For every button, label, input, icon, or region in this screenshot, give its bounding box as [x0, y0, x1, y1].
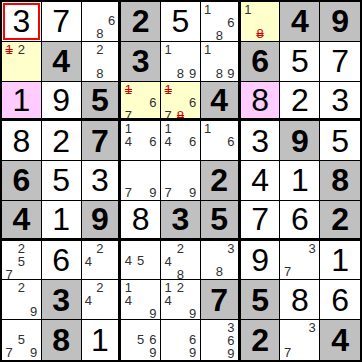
empty-slot [3, 56, 15, 68]
empty-slot [225, 29, 237, 42]
cell-r9c8[interactable]: 37 [280, 320, 320, 360]
empty-slot [174, 321, 186, 333]
empty-slot [28, 56, 40, 68]
cell-r6c4[interactable]: 8 [121, 201, 161, 241]
empty-slot [187, 109, 199, 122]
empty-slot [3, 294, 15, 305]
candidate-2: 2 [94, 43, 106, 56]
empty-slot [187, 83, 199, 96]
empty-slot [122, 242, 134, 254]
given-digit: 2 [210, 164, 228, 196]
cell-r4c4[interactable]: 146 [121, 121, 161, 161]
cell-r7c4[interactable]: 45 [121, 241, 161, 281]
empty-slot [147, 242, 159, 254]
candidate-9: 9 [187, 186, 199, 199]
empty-slot [306, 255, 318, 266]
candidate-9: 9 [225, 347, 237, 360]
candidate-2: 2 [15, 43, 27, 56]
given-digit: 9 [291, 125, 309, 157]
candidate-9: 9 [147, 186, 159, 199]
solved-digit: 6 [331, 284, 349, 316]
candidate-6: 6 [147, 96, 159, 109]
pencil-marks: 24 [83, 281, 118, 318]
empty-slot [306, 334, 318, 346]
solved-digit: 8 [132, 203, 150, 235]
candidate-2: 2 [94, 242, 106, 255]
pencil-marks: 68 [83, 3, 118, 40]
empty-slot [122, 162, 134, 174]
candidate-7: 7 [122, 109, 134, 122]
cell-r7c3[interactable]: 24 [82, 241, 122, 281]
cell-r8c2[interactable]: 3 [42, 280, 82, 320]
empty-slot [122, 267, 134, 279]
cell-r9c4[interactable]: 569 [121, 320, 161, 360]
solved-digit: 1 [291, 164, 309, 196]
empty-slot [3, 305, 15, 318]
empty-slot [147, 254, 159, 267]
cell-r9c2[interactable]: 8 [42, 320, 82, 360]
given-digit: 6 [251, 45, 269, 77]
empty-slot [122, 346, 134, 359]
empty-slot [83, 242, 95, 255]
empty-slot [15, 268, 27, 281]
cell-r3c4[interactable]: 167 [121, 82, 161, 122]
empty-slot [135, 174, 147, 186]
cell-r1c9[interactable]: 9 [320, 2, 360, 42]
cell-r6c2[interactable]: 1 [42, 201, 82, 241]
empty-slot [15, 68, 27, 80]
solved-digit: 7 [251, 203, 269, 235]
candidate-5: 5 [135, 254, 147, 267]
cell-r5c5[interactable]: 79 [161, 161, 201, 201]
cell-r6c7[interactable]: 7 [241, 201, 281, 241]
empty-slot [3, 242, 15, 255]
cell-r3c5[interactable]: 1678 [161, 82, 201, 122]
empty-slot [202, 347, 214, 360]
given-digit: 3 [172, 203, 190, 235]
cell-r2c8[interactable]: 5 [280, 42, 320, 82]
given-digit: 6 [12, 164, 30, 196]
empty-slot [162, 67, 174, 80]
pencil-marks: 149 [122, 281, 159, 318]
cell-r7c2[interactable]: 6 [42, 241, 82, 281]
cell-r2c9[interactable]: 7 [320, 42, 360, 82]
candidate-8: 8 [94, 67, 106, 80]
candidate-8: 8 [174, 268, 186, 281]
candidate-9: 9 [187, 67, 199, 80]
given-digit: 3 [52, 284, 70, 316]
empty-slot [3, 321, 15, 333]
candidate-1: 1 [202, 122, 214, 135]
cell-r5c3[interactable]: 3 [82, 161, 122, 201]
pencil-marks: 189 [202, 43, 237, 80]
cell-r5c9[interactable]: 8 [320, 161, 360, 201]
empty-slot [162, 148, 174, 159]
cell-r9c5[interactable]: 69 [161, 320, 201, 360]
empty-slot [213, 135, 225, 148]
empty-slot [94, 294, 106, 307]
cell-r8c9[interactable]: 6 [320, 280, 360, 320]
cell-r8c7[interactable]: 5 [241, 280, 281, 320]
candidate-5: 5 [135, 333, 147, 346]
cell-r5c2[interactable]: 5 [42, 161, 82, 201]
cell-r1c4[interactable]: 2 [121, 2, 161, 42]
empty-slot [213, 56, 225, 67]
empty-slot [122, 307, 134, 320]
candidate-4: 4 [162, 294, 174, 307]
empty-slot [174, 307, 186, 320]
cell-r1c6[interactable]: 168 [201, 2, 241, 42]
empty-slot [94, 255, 106, 268]
empty-slot [242, 16, 254, 27]
empty-slot [106, 43, 118, 56]
cell-r8c4[interactable]: 149 [121, 280, 161, 320]
candidate-3: 3 [306, 321, 318, 334]
candidate-9: 9 [147, 346, 159, 359]
cell-r7c7[interactable]: 9 [241, 241, 281, 281]
solved-digit: 5 [52, 164, 70, 196]
pencil-marks: 12 [3, 43, 40, 80]
cell-r6c5[interactable]: 3 [161, 201, 201, 241]
empty-slot [174, 122, 186, 135]
empty-slot [83, 56, 95, 67]
empty-slot [266, 27, 278, 40]
candidate-9: 9 [187, 346, 199, 359]
cell-r6c6[interactable]: 5 [201, 201, 241, 241]
empty-slot [162, 56, 174, 67]
empty-slot [135, 186, 147, 199]
cell-r7c6[interactable]: 38 [201, 241, 241, 281]
candidate-7: 7 [162, 109, 174, 122]
empty-slot [294, 255, 306, 266]
given-digit: 3 [132, 45, 150, 77]
pencil-marks: 38 [202, 242, 237, 279]
cell-r4c1[interactable]: 8 [2, 121, 42, 161]
cell-r3c1[interactable]: 1 [2, 82, 42, 122]
empty-slot [174, 255, 186, 268]
cell-r9c7[interactable]: 2 [241, 320, 281, 360]
empty-slot [83, 307, 95, 318]
empty-slot [122, 96, 134, 109]
cell-r2c6[interactable]: 189 [201, 42, 241, 82]
empty-slot [187, 162, 199, 174]
solved-digit: 6 [52, 244, 70, 276]
cell-r4c5[interactable]: 146 [161, 121, 201, 161]
empty-slot [135, 148, 147, 159]
cell-r4c3[interactable]: 7 [82, 121, 122, 161]
empty-slot [135, 346, 147, 359]
solved-digit: 3 [91, 164, 109, 196]
pencil-marks: 16 [202, 122, 237, 159]
empty-slot [106, 255, 118, 268]
cell-r5c4[interactable]: 79 [121, 161, 161, 201]
cell-r3c6[interactable]: 4 [201, 82, 241, 122]
empty-slot [83, 67, 95, 80]
pencil-marks: 79 [122, 162, 159, 199]
candidate-9: 9 [28, 305, 40, 318]
cell-r6c3[interactable]: 9 [82, 201, 122, 241]
solved-digit: 1 [91, 324, 109, 356]
cell-r3c3[interactable]: 5 [82, 82, 122, 122]
empty-slot [174, 162, 186, 174]
candidate-7: 7 [3, 346, 15, 359]
empty-slot [202, 16, 214, 29]
empty-slot [83, 3, 95, 14]
empty-slot [213, 122, 225, 135]
empty-slot [202, 67, 214, 80]
cell-r3c9[interactable]: 3 [320, 82, 360, 122]
solved-digit: 4 [251, 164, 269, 196]
empty-slot [28, 255, 40, 268]
solved-digit: 2 [291, 84, 309, 116]
empty-slot [187, 148, 199, 159]
empty-slot [28, 242, 40, 255]
empty-slot [306, 265, 318, 278]
pencil-marks: 1678 [162, 83, 199, 118]
cell-r1c5[interactable]: 5 [161, 2, 201, 42]
cell-r8c3[interactable]: 24 [82, 280, 122, 320]
empty-slot [83, 268, 95, 279]
candidate-1: 1 [202, 3, 214, 16]
solved-digit: 3 [12, 5, 30, 37]
solved-digit: 8 [12, 125, 30, 157]
cell-r1c1[interactable]: 3 [2, 2, 42, 42]
empty-slot [242, 27, 254, 40]
pencil-marks: 189 [162, 43, 199, 80]
cell-r2c7[interactable]: 6 [241, 42, 281, 82]
candidate-4: 4 [122, 254, 134, 267]
pencil-marks: 18 [242, 3, 279, 40]
solved-digit: 8 [251, 84, 269, 116]
cell-r8c8[interactable]: 8 [280, 280, 320, 320]
empty-slot [135, 162, 147, 174]
pencil-marks: 248 [162, 242, 199, 279]
given-digit: 2 [251, 324, 269, 356]
empty-slot [83, 14, 95, 27]
empty-slot [15, 305, 27, 318]
cell-r3c7[interactable]: 8 [241, 82, 281, 122]
cell-r8c6[interactable]: 7 [201, 280, 241, 320]
empty-slot [213, 3, 225, 16]
candidate-7: 7 [162, 186, 174, 199]
candidate-2: 2 [15, 281, 27, 294]
given-digit: 7 [210, 284, 228, 316]
cell-r3c8[interactable]: 2 [280, 82, 320, 122]
pencil-marks: 69 [162, 321, 199, 359]
pencil-marks: 257 [3, 242, 40, 279]
candidate-7: 7 [3, 268, 15, 281]
given-digit: 4 [291, 5, 309, 37]
cell-r2c5[interactable]: 189 [161, 42, 201, 82]
pencil-marks: 146 [162, 122, 199, 159]
empty-slot [135, 307, 147, 320]
cell-r4c8[interactable]: 9 [280, 121, 320, 161]
pencil-marks: 45 [122, 242, 159, 279]
cell-r9c1[interactable]: 579 [2, 320, 42, 360]
candidate-3: 3 [225, 242, 237, 255]
empty-slot [15, 56, 27, 68]
empty-slot [202, 321, 214, 334]
empty-slot [147, 148, 159, 159]
cell-r7c8[interactable]: 37 [280, 241, 320, 281]
eliminated-candidate-8: 8 [254, 27, 266, 40]
empty-slot [122, 148, 134, 159]
candidate-2: 2 [15, 242, 27, 255]
cell-r9c9[interactable]: 4 [320, 320, 360, 360]
cell-r1c3[interactable]: 68 [82, 2, 122, 42]
empty-slot [106, 294, 118, 307]
cell-r2c2[interactable]: 4 [42, 42, 82, 82]
empty-slot [266, 16, 278, 27]
empty-slot [28, 43, 40, 56]
pencil-marks: 29 [3, 281, 40, 318]
solved-digit: 8 [291, 284, 309, 316]
given-digit: 7 [91, 125, 109, 157]
cell-r9c6[interactable]: 369 [201, 320, 241, 360]
candidate-6: 6 [106, 14, 118, 27]
empty-slot [147, 267, 159, 279]
empty-slot [187, 268, 199, 281]
empty-slot [122, 333, 134, 346]
empty-slot [202, 265, 214, 278]
cell-r5c7[interactable]: 4 [241, 161, 281, 201]
given-digit: 5 [251, 284, 269, 316]
empty-slot [202, 148, 214, 159]
empty-slot [187, 242, 199, 255]
eliminated-candidate-1: 1 [3, 43, 15, 56]
candidate-4: 4 [83, 294, 95, 307]
empty-slot [162, 333, 174, 346]
cell-r4c6[interactable]: 16 [201, 121, 241, 161]
cell-r3c2[interactable]: 9 [42, 82, 82, 122]
candidate-3: 3 [306, 242, 318, 255]
pencil-marks: 146 [122, 122, 159, 159]
solved-digit: 3 [251, 125, 269, 157]
cell-r2c4[interactable]: 3 [121, 42, 161, 82]
empty-slot [122, 321, 134, 333]
empty-slot [147, 162, 159, 174]
solved-digit: 9 [52, 84, 70, 116]
solved-digit: 5 [291, 45, 309, 77]
cell-r4c7[interactable]: 3 [241, 121, 281, 161]
empty-slot [94, 14, 106, 27]
cell-r9c3[interactable]: 1 [82, 320, 122, 360]
empty-slot [294, 242, 306, 255]
empty-slot [306, 346, 318, 359]
cell-r7c9[interactable]: 1 [320, 241, 360, 281]
empty-slot [135, 122, 147, 135]
cell-r5c6[interactable]: 2 [201, 161, 241, 201]
empty-slot [174, 333, 186, 346]
given-digit: 5 [91, 84, 109, 116]
empty-slot [135, 242, 147, 254]
candidate-8: 8 [213, 29, 225, 42]
pencil-marks: 579 [3, 321, 40, 359]
given-digit: 5 [210, 203, 228, 235]
given-digit: 4 [331, 324, 349, 356]
candidate-7: 7 [281, 265, 293, 278]
cell-r1c8[interactable]: 4 [280, 2, 320, 42]
cell-r1c7[interactable]: 18 [241, 2, 281, 42]
given-digit: 4 [12, 203, 30, 235]
empty-slot [202, 334, 214, 347]
cell-r4c2[interactable]: 2 [42, 121, 82, 161]
given-digit: 2 [331, 203, 349, 235]
candidate-4: 4 [122, 294, 134, 307]
cell-r2c1[interactable]: 12 [2, 42, 42, 82]
empty-slot [225, 56, 237, 67]
empty-slot [294, 321, 306, 334]
cell-r4c9[interactable]: 5 [320, 121, 360, 161]
given-digit: 8 [52, 324, 70, 356]
cell-r2c3[interactable]: 28 [82, 42, 122, 82]
cell-r5c8[interactable]: 1 [280, 161, 320, 201]
cell-r8c5[interactable]: 1249 [161, 280, 201, 320]
empty-slot [83, 43, 95, 56]
candidate-8: 8 [213, 265, 225, 278]
empty-slot [213, 347, 225, 360]
cell-r6c9[interactable]: 2 [320, 201, 360, 241]
candidate-1: 1 [202, 43, 214, 56]
empty-slot [83, 27, 95, 40]
empty-slot [147, 83, 159, 96]
eliminated-candidate-1: 1 [162, 83, 174, 96]
empty-slot [106, 242, 118, 255]
empty-slot [162, 242, 174, 255]
pencil-marks: 1249 [162, 281, 199, 318]
pencil-marks: 37 [281, 321, 318, 359]
empty-slot [106, 268, 118, 279]
given-digit: 4 [52, 45, 70, 77]
empty-slot [28, 281, 40, 294]
empty-slot [225, 43, 237, 56]
given-digit: 2 [132, 5, 150, 37]
cell-r1c2[interactable]: 7 [42, 2, 82, 42]
candidate-6: 6 [225, 135, 237, 148]
eliminated-candidate-1: 1 [122, 83, 134, 96]
empty-slot [174, 56, 186, 67]
cell-r6c8[interactable]: 6 [280, 201, 320, 241]
empty-slot [135, 83, 147, 96]
candidate-1: 1 [162, 43, 174, 56]
candidate-4: 4 [162, 135, 174, 148]
empty-slot [174, 96, 186, 109]
candidate-1: 1 [242, 3, 254, 16]
empty-slot [254, 3, 266, 16]
cell-r6c1[interactable]: 4 [2, 201, 42, 241]
empty-slot [174, 43, 186, 56]
empty-slot [294, 265, 306, 278]
empty-slot [135, 294, 147, 307]
given-digit: 4 [210, 84, 228, 116]
empty-slot [162, 162, 174, 174]
solved-digit: 1 [12, 84, 30, 116]
candidate-2: 2 [174, 242, 186, 255]
cell-r8c1[interactable]: 29 [2, 280, 42, 320]
empty-slot [266, 3, 278, 16]
cell-r7c5[interactable]: 248 [161, 241, 201, 281]
solved-digit: 3 [331, 84, 349, 116]
empty-slot [15, 346, 27, 359]
candidate-8: 8 [94, 27, 106, 40]
cell-r5c1[interactable]: 6 [2, 161, 42, 201]
empty-slot [174, 174, 186, 186]
candidate-9: 9 [225, 67, 237, 80]
empty-slot [28, 268, 40, 281]
candidate-7: 7 [122, 186, 134, 199]
given-digit: 9 [91, 203, 109, 235]
cell-r7c1[interactable]: 257 [2, 241, 42, 281]
